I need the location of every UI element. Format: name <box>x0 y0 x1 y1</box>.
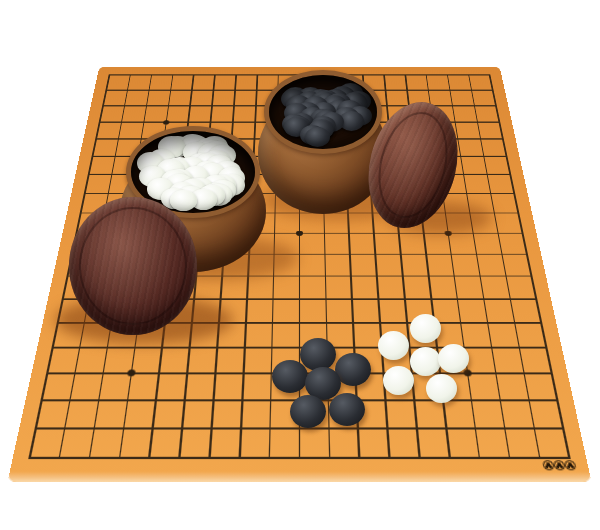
loose-stone-white <box>438 344 469 373</box>
loose-stone-white <box>410 314 441 343</box>
loose-stone-black <box>329 393 365 426</box>
black-stone-heap <box>269 75 377 149</box>
loose-stone-white <box>383 366 414 395</box>
loose-stone-black <box>290 395 326 428</box>
lid-wood-grain <box>69 197 197 335</box>
loose-stone-black <box>272 360 308 393</box>
bowl-rim <box>264 70 382 154</box>
bowl-stone-black <box>305 127 330 147</box>
loose-stone-white <box>378 331 409 360</box>
lid-rim-ring <box>79 207 187 325</box>
bowl-lid-left <box>69 197 197 335</box>
go-set-photo <box>0 0 600 530</box>
loose-stone-white <box>426 374 457 403</box>
bowl-stone-white <box>170 190 197 212</box>
loose-stone-white <box>410 347 441 376</box>
